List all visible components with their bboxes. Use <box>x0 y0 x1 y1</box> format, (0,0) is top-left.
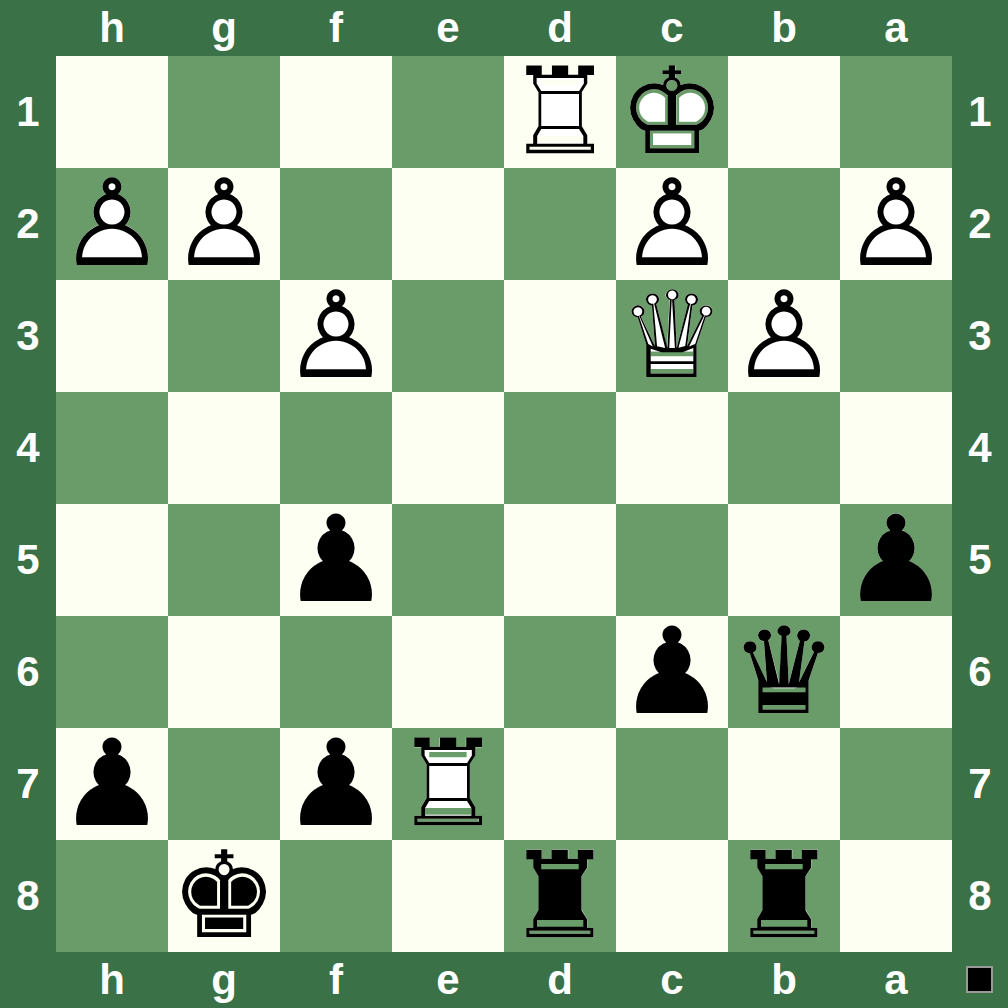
rank-label-2-left: 2 <box>0 168 56 280</box>
square-e6[interactable] <box>392 616 504 728</box>
piece-outline-layer: ♙ <box>280 280 392 392</box>
file-label-c-bottom: c <box>616 952 728 1008</box>
square-d7[interactable] <box>504 728 616 840</box>
piece-outline-layer: ♙ <box>168 168 280 280</box>
square-c2[interactable]: ♟♙ <box>616 168 728 280</box>
chess-board: hgfedcba1♜♖♚♔12♟♙♟♙♟♙♟♙23♟♙♛♕♟♙3445♙♟♙♟5… <box>0 0 1008 1008</box>
square-b6[interactable]: ♕♛ <box>728 616 840 728</box>
white-queen: ♛♕ <box>616 280 728 392</box>
square-f2[interactable] <box>280 168 392 280</box>
square-a4[interactable] <box>840 392 952 504</box>
black-rook: ♖♜ <box>728 840 840 952</box>
file-label-a-bottom: a <box>840 952 952 1008</box>
file-label-g-top: g <box>168 0 280 56</box>
square-a2[interactable]: ♟♙ <box>840 168 952 280</box>
piece-outline-layer: ♟ <box>280 504 392 616</box>
frame-corner <box>0 952 56 1008</box>
black-pawn: ♙♟ <box>840 504 952 616</box>
square-g3[interactable] <box>168 280 280 392</box>
white-pawn: ♟♙ <box>616 168 728 280</box>
square-e4[interactable] <box>392 392 504 504</box>
square-c1[interactable]: ♚♔ <box>616 56 728 168</box>
square-a8[interactable] <box>840 840 952 952</box>
black-king: ♔♚ <box>168 840 280 952</box>
square-c7[interactable] <box>616 728 728 840</box>
square-f7[interactable]: ♙♟ <box>280 728 392 840</box>
piece-outline-layer: ♟ <box>280 728 392 840</box>
square-a7[interactable] <box>840 728 952 840</box>
frame-corner <box>952 0 1008 56</box>
square-c5[interactable] <box>616 504 728 616</box>
rank-label-6-left: 6 <box>0 616 56 728</box>
square-g1[interactable] <box>168 56 280 168</box>
rank-label-1-right: 1 <box>952 56 1008 168</box>
rank-label-5-right: 5 <box>952 504 1008 616</box>
piece-outline-layer: ♖ <box>504 56 616 168</box>
piece-outline-layer: ♙ <box>56 168 168 280</box>
square-a1[interactable] <box>840 56 952 168</box>
piece-outline-layer: ♔ <box>616 56 728 168</box>
file-label-e-bottom: e <box>392 952 504 1008</box>
piece-outline-layer: ♟ <box>840 504 952 616</box>
square-d2[interactable] <box>504 168 616 280</box>
black-queen: ♕♛ <box>728 616 840 728</box>
file-label-f-bottom: f <box>280 952 392 1008</box>
rank-label-3-left: 3 <box>0 280 56 392</box>
piece-outline-layer: ♜ <box>504 840 616 952</box>
square-h2[interactable]: ♟♙ <box>56 168 168 280</box>
square-d8[interactable]: ♖♜ <box>504 840 616 952</box>
file-label-e-top: e <box>392 0 504 56</box>
file-label-b-top: b <box>728 0 840 56</box>
square-e3[interactable] <box>392 280 504 392</box>
white-pawn: ♟♙ <box>728 280 840 392</box>
square-f8[interactable] <box>280 840 392 952</box>
square-h4[interactable] <box>56 392 168 504</box>
square-a6[interactable] <box>840 616 952 728</box>
square-d4[interactable] <box>504 392 616 504</box>
rank-label-5-left: 5 <box>0 504 56 616</box>
piece-outline-layer: ♟ <box>616 616 728 728</box>
white-pawn: ♟♙ <box>56 168 168 280</box>
square-b8[interactable]: ♖♜ <box>728 840 840 952</box>
rank-label-4-right: 4 <box>952 392 1008 504</box>
rank-label-7-right: 7 <box>952 728 1008 840</box>
square-b5[interactable] <box>728 504 840 616</box>
rank-label-3-right: 3 <box>952 280 1008 392</box>
square-g8[interactable]: ♔♚ <box>168 840 280 952</box>
piece-outline-layer: ♚ <box>168 840 280 952</box>
square-c8[interactable] <box>616 840 728 952</box>
piece-outline-layer: ♜ <box>728 840 840 952</box>
square-c3[interactable]: ♛♕ <box>616 280 728 392</box>
square-d1[interactable]: ♜♖ <box>504 56 616 168</box>
black-pawn: ♙♟ <box>616 616 728 728</box>
rank-label-1-left: 1 <box>0 56 56 168</box>
square-h1[interactable] <box>56 56 168 168</box>
rank-label-4-left: 4 <box>0 392 56 504</box>
white-rook: ♜♖ <box>392 728 504 840</box>
square-f5[interactable]: ♙♟ <box>280 504 392 616</box>
square-b3[interactable]: ♟♙ <box>728 280 840 392</box>
square-g4[interactable] <box>168 392 280 504</box>
black-pawn: ♙♟ <box>56 728 168 840</box>
black-pawn: ♙♟ <box>280 728 392 840</box>
black-to-move-indicator <box>966 966 993 993</box>
white-rook: ♜♖ <box>504 56 616 168</box>
black-rook: ♖♜ <box>504 840 616 952</box>
piece-outline-layer: ♙ <box>840 168 952 280</box>
piece-outline-layer: ♙ <box>616 168 728 280</box>
rank-label-7-left: 7 <box>0 728 56 840</box>
piece-outline-layer: ♟ <box>56 728 168 840</box>
square-d5[interactable] <box>504 504 616 616</box>
square-d6[interactable] <box>504 616 616 728</box>
white-pawn: ♟♙ <box>280 280 392 392</box>
square-h8[interactable] <box>56 840 168 952</box>
square-g7[interactable] <box>168 728 280 840</box>
file-label-a-top: a <box>840 0 952 56</box>
rank-label-8-right: 8 <box>952 840 1008 952</box>
piece-outline-layer: ♕ <box>616 280 728 392</box>
piece-outline-layer: ♖ <box>392 728 504 840</box>
square-g6[interactable] <box>168 616 280 728</box>
piece-outline-layer: ♛ <box>728 616 840 728</box>
square-e7[interactable]: ♜♖ <box>392 728 504 840</box>
black-pawn: ♙♟ <box>280 504 392 616</box>
square-h3[interactable] <box>56 280 168 392</box>
file-label-h-bottom: h <box>56 952 168 1008</box>
square-e1[interactable] <box>392 56 504 168</box>
square-f3[interactable]: ♟♙ <box>280 280 392 392</box>
frame-corner <box>0 0 56 56</box>
square-e2[interactable] <box>392 168 504 280</box>
rank-label-2-right: 2 <box>952 168 1008 280</box>
chess-board-frame: hgfedcba1♜♖♚♔12♟♙♟♙♟♙♟♙23♟♙♛♕♟♙3445♙♟♙♟5… <box>0 0 1008 1008</box>
square-f4[interactable] <box>280 392 392 504</box>
square-h6[interactable] <box>56 616 168 728</box>
square-e5[interactable] <box>392 504 504 616</box>
square-h5[interactable] <box>56 504 168 616</box>
file-label-h-top: h <box>56 0 168 56</box>
square-c6[interactable]: ♙♟ <box>616 616 728 728</box>
file-label-f-top: f <box>280 0 392 56</box>
square-e8[interactable] <box>392 840 504 952</box>
rank-label-8-left: 8 <box>0 840 56 952</box>
square-a3[interactable] <box>840 280 952 392</box>
square-b1[interactable] <box>728 56 840 168</box>
white-pawn: ♟♙ <box>168 168 280 280</box>
white-pawn: ♟♙ <box>840 168 952 280</box>
square-g5[interactable] <box>168 504 280 616</box>
square-f1[interactable] <box>280 56 392 168</box>
square-b7[interactable] <box>728 728 840 840</box>
square-f6[interactable] <box>280 616 392 728</box>
square-b4[interactable] <box>728 392 840 504</box>
piece-outline-layer: ♙ <box>728 280 840 392</box>
square-b2[interactable] <box>728 168 840 280</box>
rank-label-6-right: 6 <box>952 616 1008 728</box>
square-h7[interactable]: ♙♟ <box>56 728 168 840</box>
white-king: ♚♔ <box>616 56 728 168</box>
square-a5[interactable]: ♙♟ <box>840 504 952 616</box>
square-g2[interactable]: ♟♙ <box>168 168 280 280</box>
square-c4[interactable] <box>616 392 728 504</box>
square-d3[interactable] <box>504 280 616 392</box>
